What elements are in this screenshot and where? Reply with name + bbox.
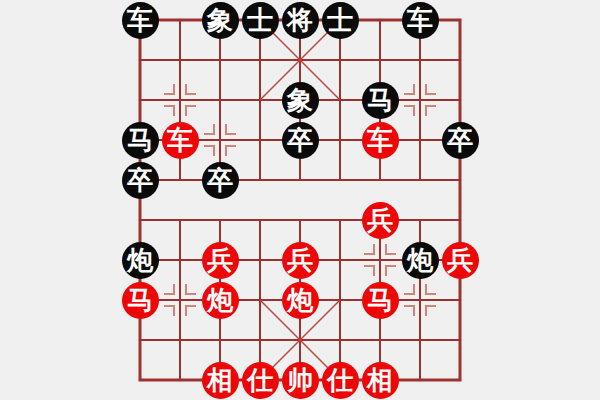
red-cannon[interactable]: 炮 [200,280,240,320]
red-cannon[interactable]: 炮 [280,280,320,320]
piece-glyph: 炮 [402,242,439,279]
piece-glyph: 士 [242,2,279,39]
red-horse[interactable]: 马 [120,280,160,320]
piece-glyph: 车 [162,122,199,159]
red-chariot[interactable]: 车 [360,120,400,160]
piece-glyph: 马 [362,282,399,319]
piece-glyph: 相 [202,362,239,399]
xiangqi-board: 车象士将士车象马马车卒车卒卒卒兵炮兵兵炮兵马炮炮马相仕帅仕相 [0,0,600,400]
red-soldier[interactable]: 兵 [360,200,400,240]
piece-glyph: 士 [322,2,359,39]
piece-glyph: 炮 [202,282,239,319]
red-soldier[interactable]: 兵 [440,240,480,280]
piece-glyph: 象 [202,2,239,39]
red-advisor[interactable]: 仕 [320,360,360,400]
black-soldier[interactable]: 卒 [440,120,480,160]
red-horse[interactable]: 马 [360,280,400,320]
pieces-layer: 车象士将士车象马马车卒车卒卒卒兵炮兵兵炮兵马炮炮马相仕帅仕相 [120,0,480,400]
piece-glyph: 仕 [242,362,279,399]
piece-glyph: 马 [122,282,159,319]
black-horse[interactable]: 马 [120,120,160,160]
black-cannon[interactable]: 炮 [120,240,160,280]
black-chariot[interactable]: 车 [120,0,160,40]
black-advisor[interactable]: 士 [320,0,360,40]
piece-glyph: 车 [122,2,159,39]
black-elephant[interactable]: 象 [200,0,240,40]
piece-glyph: 相 [362,362,399,399]
black-horse[interactable]: 马 [360,80,400,120]
piece-glyph: 马 [122,122,159,159]
black-soldier[interactable]: 卒 [280,120,320,160]
black-chariot[interactable]: 车 [400,0,440,40]
piece-glyph: 炮 [122,242,159,279]
black-cannon[interactable]: 炮 [400,240,440,280]
piece-glyph: 帅 [282,362,319,399]
piece-glyph: 卒 [122,162,159,199]
black-soldier[interactable]: 卒 [120,160,160,200]
red-soldier[interactable]: 兵 [200,240,240,280]
piece-glyph: 将 [282,2,319,39]
piece-glyph: 兵 [442,242,479,279]
piece-glyph: 车 [402,2,439,39]
piece-glyph: 卒 [282,122,319,159]
red-chariot[interactable]: 车 [160,120,200,160]
piece-glyph: 卒 [202,162,239,199]
black-advisor[interactable]: 士 [240,0,280,40]
piece-glyph: 兵 [202,242,239,279]
piece-glyph: 车 [362,122,399,159]
piece-glyph: 象 [282,82,319,119]
piece-glyph: 兵 [362,202,399,239]
red-general[interactable]: 帅 [280,360,320,400]
piece-glyph: 兵 [282,242,319,279]
red-advisor[interactable]: 仕 [240,360,280,400]
piece-glyph: 马 [362,82,399,119]
black-general[interactable]: 将 [280,0,320,40]
piece-glyph: 炮 [282,282,319,319]
red-elephant[interactable]: 相 [200,360,240,400]
red-elephant[interactable]: 相 [360,360,400,400]
black-elephant[interactable]: 象 [280,80,320,120]
red-soldier[interactable]: 兵 [280,240,320,280]
piece-glyph: 卒 [442,122,479,159]
black-soldier[interactable]: 卒 [200,160,240,200]
piece-glyph: 仕 [322,362,359,399]
